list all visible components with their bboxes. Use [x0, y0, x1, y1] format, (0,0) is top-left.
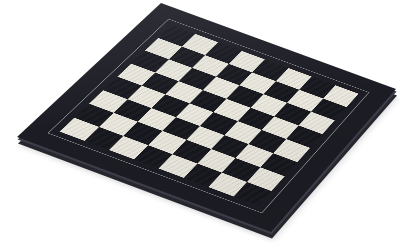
chessboard-product-photo	[0, 0, 400, 249]
playing-field	[60, 25, 359, 206]
chess-board	[17, 3, 396, 232]
